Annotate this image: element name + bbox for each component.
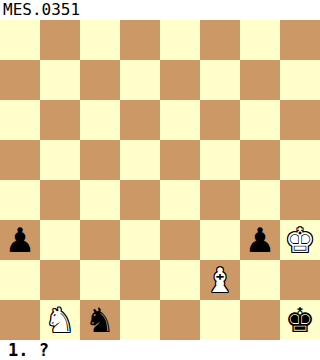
square-f3[interactable] [200, 220, 240, 260]
square-b4[interactable] [40, 180, 80, 220]
square-h8[interactable] [280, 20, 320, 60]
square-c5[interactable] [80, 140, 120, 180]
square-a4[interactable] [0, 180, 40, 220]
white-king: ♚ [285, 223, 315, 257]
square-h4[interactable] [280, 180, 320, 220]
square-d3[interactable] [120, 220, 160, 260]
chess-board: ♟♟♚♝♞♞♚ [0, 20, 320, 340]
square-h5[interactable] [280, 140, 320, 180]
square-d1[interactable] [120, 300, 160, 340]
square-h2[interactable] [280, 260, 320, 300]
square-g8[interactable] [240, 20, 280, 60]
square-c2[interactable] [80, 260, 120, 300]
square-c1[interactable]: ♞ [80, 300, 120, 340]
square-e1[interactable] [160, 300, 200, 340]
square-g7[interactable] [240, 60, 280, 100]
square-g5[interactable] [240, 140, 280, 180]
square-b3[interactable] [40, 220, 80, 260]
square-d4[interactable] [120, 180, 160, 220]
square-e2[interactable] [160, 260, 200, 300]
black-king: ♚ [285, 303, 315, 337]
square-a5[interactable] [0, 140, 40, 180]
white-bishop: ♝ [205, 263, 235, 297]
square-e3[interactable] [160, 220, 200, 260]
square-g3[interactable]: ♟ [240, 220, 280, 260]
square-f7[interactable] [200, 60, 240, 100]
square-b8[interactable] [40, 20, 80, 60]
square-d2[interactable] [120, 260, 160, 300]
square-c8[interactable] [80, 20, 120, 60]
square-b6[interactable] [40, 100, 80, 140]
square-c4[interactable] [80, 180, 120, 220]
square-f8[interactable] [200, 20, 240, 60]
square-h7[interactable] [280, 60, 320, 100]
square-g4[interactable] [240, 180, 280, 220]
square-e8[interactable] [160, 20, 200, 60]
square-a7[interactable] [0, 60, 40, 100]
square-e4[interactable] [160, 180, 200, 220]
square-e7[interactable] [160, 60, 200, 100]
black-pawn: ♟ [5, 223, 35, 257]
square-g2[interactable] [240, 260, 280, 300]
white-knight: ♞ [45, 303, 75, 337]
square-a3[interactable]: ♟ [0, 220, 40, 260]
square-e5[interactable] [160, 140, 200, 180]
chess-puzzle-viewer: MES.0351 ♟♟♚♝♞♞♚ 1. ? [0, 0, 320, 360]
square-f2[interactable]: ♝ [200, 260, 240, 300]
square-f4[interactable] [200, 180, 240, 220]
square-f6[interactable] [200, 100, 240, 140]
square-a6[interactable] [0, 100, 40, 140]
black-pawn: ♟ [245, 223, 275, 257]
black-knight: ♞ [85, 303, 115, 337]
square-c6[interactable] [80, 100, 120, 140]
square-h6[interactable] [280, 100, 320, 140]
square-f5[interactable] [200, 140, 240, 180]
square-c3[interactable] [80, 220, 120, 260]
square-b7[interactable] [40, 60, 80, 100]
move-prompt: 1. ? [0, 340, 320, 360]
square-b1[interactable]: ♞ [40, 300, 80, 340]
square-h3[interactable]: ♚ [280, 220, 320, 260]
square-b2[interactable] [40, 260, 80, 300]
square-d5[interactable] [120, 140, 160, 180]
square-a1[interactable] [0, 300, 40, 340]
square-h1[interactable]: ♚ [280, 300, 320, 340]
puzzle-id: MES.0351 [0, 0, 320, 20]
square-f1[interactable] [200, 300, 240, 340]
square-e6[interactable] [160, 100, 200, 140]
square-a2[interactable] [0, 260, 40, 300]
square-c7[interactable] [80, 60, 120, 100]
square-b5[interactable] [40, 140, 80, 180]
square-d8[interactable] [120, 20, 160, 60]
square-d7[interactable] [120, 60, 160, 100]
square-g6[interactable] [240, 100, 280, 140]
square-d6[interactable] [120, 100, 160, 140]
square-a8[interactable] [0, 20, 40, 60]
square-g1[interactable] [240, 300, 280, 340]
